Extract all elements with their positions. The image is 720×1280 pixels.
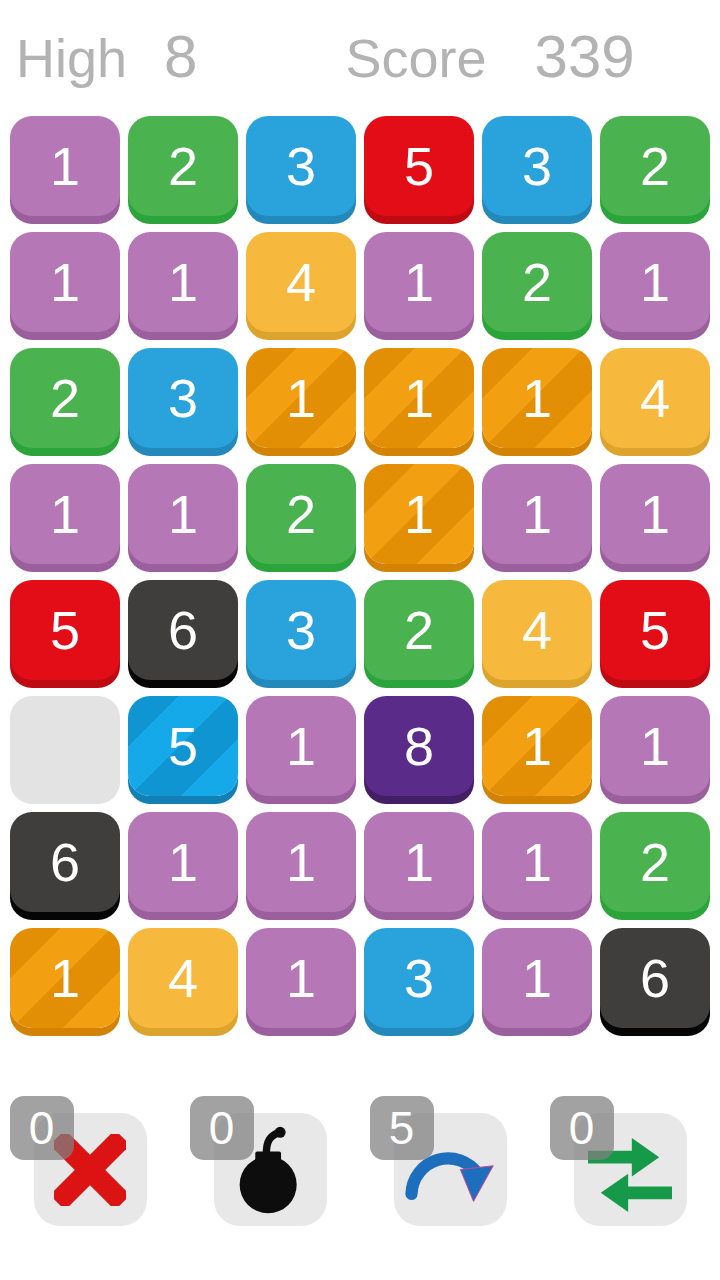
tile-value: 1 [404, 835, 434, 889]
tile-r5c4[interactable]: 2 [364, 580, 474, 680]
tile-value: 1 [640, 719, 670, 773]
powerup-bar: 0 0 5 [0, 1113, 720, 1226]
tile-value: 5 [50, 603, 80, 657]
tile-r2c5[interactable]: 2 [482, 232, 592, 332]
tile-value: 6 [168, 603, 198, 657]
tile-value: 2 [50, 371, 80, 425]
tile-value: 6 [50, 835, 80, 889]
tile-r4c1[interactable]: 1 [10, 464, 120, 564]
tile-value: 1 [168, 487, 198, 541]
powerup-swap: 0 [574, 1113, 687, 1226]
bomb-count-badge: 0 [190, 1096, 254, 1160]
powerup-remove: 0 [34, 1113, 147, 1226]
tile-value: 3 [286, 139, 316, 193]
tile-r8c4[interactable]: 3 [364, 928, 474, 1028]
tile-r1c4[interactable]: 5 [364, 116, 474, 216]
tile-r7c5[interactable]: 1 [482, 812, 592, 912]
tile-r6c3[interactable]: 1 [246, 696, 356, 796]
remove-count-badge: 0 [10, 1096, 74, 1160]
tile-value: 1 [50, 487, 80, 541]
tile-value: 2 [404, 603, 434, 657]
tile-value: 3 [168, 371, 198, 425]
tile-value: 1 [522, 835, 552, 889]
tile-r6c4[interactable]: 8 [364, 696, 474, 796]
tile-r5c3[interactable]: 3 [246, 580, 356, 680]
tile-value: 5 [168, 719, 198, 773]
tile-r3c2[interactable]: 3 [128, 348, 238, 448]
scoreboard: High 8 Score 339 [0, 0, 720, 116]
tile-value: 1 [640, 255, 670, 309]
tile-r5c6[interactable]: 5 [600, 580, 710, 680]
score-value: 339 [535, 22, 635, 91]
tile-value: 1 [286, 835, 316, 889]
tile-value: 4 [168, 951, 198, 1005]
tile-value: 1 [286, 719, 316, 773]
tile-r7c3[interactable]: 1 [246, 812, 356, 912]
tile-value: 2 [286, 487, 316, 541]
tile-r5c1[interactable]: 5 [10, 580, 120, 680]
bomb-count: 0 [209, 1101, 235, 1155]
tile-r8c6[interactable]: 6 [600, 928, 710, 1028]
tile-r1c3[interactable]: 3 [246, 116, 356, 216]
tile-r5c2[interactable]: 6 [128, 580, 238, 680]
tile-value: 1 [640, 487, 670, 541]
tile-value: 2 [168, 139, 198, 193]
tile-value: 1 [522, 371, 552, 425]
tile-value: 2 [640, 139, 670, 193]
tile-r7c2[interactable]: 1 [128, 812, 238, 912]
undo-count-badge: 5 [370, 1096, 434, 1160]
tile-r2c2[interactable]: 1 [128, 232, 238, 332]
tile-r1c6[interactable]: 2 [600, 116, 710, 216]
tile-value: 3 [522, 139, 552, 193]
tile-value: 4 [522, 603, 552, 657]
tile-value: 8 [404, 719, 434, 773]
tile-r2c1[interactable]: 1 [10, 232, 120, 332]
tile-r4c5[interactable]: 1 [482, 464, 592, 564]
swap-count: 0 [569, 1101, 595, 1155]
tile-r4c2[interactable]: 1 [128, 464, 238, 564]
tile-value: 1 [404, 487, 434, 541]
tile-r3c3[interactable]: 1 [246, 348, 356, 448]
tile-value: 1 [50, 255, 80, 309]
powerup-undo: 5 [394, 1113, 507, 1226]
tile-r1c2[interactable]: 2 [128, 116, 238, 216]
tile-value: 3 [286, 603, 316, 657]
powerup-bomb: 0 [214, 1113, 327, 1226]
tile-value: 1 [404, 371, 434, 425]
tile-r4c6[interactable]: 1 [600, 464, 710, 564]
tile-r8c2[interactable]: 4 [128, 928, 238, 1028]
tile-value: 1 [404, 255, 434, 309]
tile-r7c6[interactable]: 2 [600, 812, 710, 912]
tile-r2c4[interactable]: 1 [364, 232, 474, 332]
tile-value: 1 [522, 487, 552, 541]
tile-value: 4 [286, 255, 316, 309]
tile-value: 6 [640, 951, 670, 1005]
tile-r1c5[interactable]: 3 [482, 116, 592, 216]
tile-r3c5[interactable]: 1 [482, 348, 592, 448]
tile-r3c1[interactable]: 2 [10, 348, 120, 448]
high-label: High [16, 27, 127, 89]
tile-value: 1 [286, 951, 316, 1005]
tile-r7c4[interactable]: 1 [364, 812, 474, 912]
remove-count: 0 [29, 1101, 55, 1155]
tile-value: 1 [522, 719, 552, 773]
tile-r6c6[interactable]: 1 [600, 696, 710, 796]
tile-value: 2 [522, 255, 552, 309]
tile-r2c6[interactable]: 1 [600, 232, 710, 332]
tile-value: 2 [640, 835, 670, 889]
tile-r4c3[interactable]: 2 [246, 464, 356, 564]
tile-r3c4[interactable]: 1 [364, 348, 474, 448]
tile-value: 1 [50, 951, 80, 1005]
tile-value: 5 [404, 139, 434, 193]
tile-value: 1 [168, 835, 198, 889]
game-board: 1235321141212311141121115632455181161111… [0, 116, 720, 1028]
tile-value: 1 [50, 139, 80, 193]
score-label: Score [345, 27, 486, 89]
tile-r4c4[interactable]: 1 [364, 464, 474, 564]
tile-r3c6[interactable]: 4 [600, 348, 710, 448]
tile-value: 1 [522, 951, 552, 1005]
tile-value: 3 [404, 951, 434, 1005]
tile-r2c3[interactable]: 4 [246, 232, 356, 332]
swap-count-badge: 0 [550, 1096, 614, 1160]
tile-value: 5 [640, 603, 670, 657]
tile-r5c5[interactable]: 4 [482, 580, 592, 680]
tile-r8c5[interactable]: 1 [482, 928, 592, 1028]
tile-r6c5[interactable]: 1 [482, 696, 592, 796]
empty-cell-r6c1 [10, 696, 120, 796]
undo-count: 5 [389, 1101, 415, 1155]
tile-value: 1 [168, 255, 198, 309]
tile-value: 1 [286, 371, 316, 425]
high-value: 8 [164, 22, 197, 91]
tile-r8c1[interactable]: 1 [10, 928, 120, 1028]
tile-r1c1[interactable]: 1 [10, 116, 120, 216]
tile-r8c3[interactable]: 1 [246, 928, 356, 1028]
tile-value: 4 [640, 371, 670, 425]
tile-r7c1[interactable]: 6 [10, 812, 120, 912]
tile-r6c2[interactable]: 5 [128, 696, 238, 796]
